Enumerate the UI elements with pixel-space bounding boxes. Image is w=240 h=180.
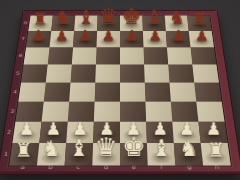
board-grid: ♜♞♝♛♚♝♞♜♟♟♟♟♟♟♟♟♟♟♟♟♟♟♟♟♜♞♝♛♚♝♞♜	[9, 16, 231, 166]
piece-white-knight[interactable]: ♞	[38, 138, 65, 160]
file-label-c: c	[64, 164, 92, 171]
square-h5[interactable]	[192, 64, 219, 82]
file-label-f: f	[148, 164, 176, 171]
rank-label-6: 6	[16, 53, 25, 58]
square-h7[interactable]: ♟	[189, 31, 214, 47]
piece-red-king[interactable]: ♚	[120, 5, 143, 27]
file-label-d: d	[92, 164, 120, 171]
square-b6[interactable]	[48, 47, 73, 64]
piece-red-pawn[interactable]: ♟	[27, 28, 50, 43]
piece-white-rook[interactable]: ♜	[202, 140, 229, 160]
rank-label-4: 4	[10, 89, 20, 94]
square-b4[interactable]	[44, 83, 71, 102]
square-e4[interactable]	[120, 83, 145, 102]
piece-white-pawn[interactable]: ♟	[13, 120, 40, 137]
square-c6[interactable]	[72, 47, 97, 64]
chess-board: 87654321 abcdefgh ♜♞♝♛♚♝♞♜♟♟♟♟♟♟♟♟♟♟♟♟♟♟…	[0, 11, 240, 174]
piece-red-rook[interactable]: ♜	[29, 11, 52, 27]
square-c7[interactable]: ♟	[73, 31, 97, 47]
square-c4[interactable]	[69, 83, 95, 102]
piece-red-pawn[interactable]: ♟	[143, 28, 166, 43]
rank-label-3: 3	[7, 109, 17, 115]
piece-red-knight[interactable]: ♞	[52, 9, 75, 27]
square-d5[interactable]	[95, 64, 120, 82]
square-e5[interactable]	[120, 64, 145, 82]
square-c5[interactable]	[71, 64, 96, 82]
piece-red-pawn[interactable]: ♟	[97, 28, 120, 43]
file-label-a: a	[8, 164, 37, 171]
piece-red-bishop[interactable]: ♝	[74, 8, 97, 27]
square-e6[interactable]	[120, 47, 144, 64]
square-f1[interactable]: ♝	[147, 143, 176, 166]
square-g7[interactable]: ♟	[166, 31, 191, 47]
square-b7[interactable]: ♟	[50, 31, 75, 47]
square-c1[interactable]: ♝	[65, 143, 94, 166]
square-a5[interactable]	[21, 64, 48, 82]
piece-red-pawn[interactable]: ♟	[73, 28, 96, 43]
square-g4[interactable]	[169, 83, 196, 102]
piece-white-king[interactable]: ♚	[120, 133, 147, 160]
square-a6[interactable]	[24, 47, 50, 64]
piece-red-pawn[interactable]: ♟	[167, 28, 190, 43]
piece-white-pawn[interactable]: ♟	[200, 120, 227, 137]
square-a4[interactable]	[18, 83, 45, 102]
piece-red-pawn[interactable]: ♟	[120, 28, 143, 43]
piece-white-pawn[interactable]: ♟	[40, 120, 67, 137]
square-g1[interactable]: ♞	[174, 143, 203, 166]
rank-label-8: 8	[21, 21, 30, 25]
square-f7[interactable]: ♟	[143, 31, 167, 47]
square-d7[interactable]: ♟	[97, 31, 120, 47]
file-label-g: g	[175, 164, 203, 171]
rank-label-5: 5	[13, 71, 22, 76]
piece-red-pawn[interactable]: ♟	[50, 28, 73, 43]
square-e7[interactable]: ♟	[120, 31, 143, 47]
square-a1[interactable]: ♜	[9, 143, 39, 166]
piece-white-pawn[interactable]: ♟	[173, 120, 200, 137]
square-d4[interactable]	[95, 83, 120, 102]
square-h1[interactable]: ♜	[201, 143, 231, 166]
file-label-b: b	[36, 164, 64, 171]
square-f6[interactable]	[143, 47, 168, 64]
rank-label-1: 1	[1, 151, 12, 157]
square-h6[interactable]	[190, 47, 216, 64]
piece-red-pawn[interactable]: ♟	[190, 28, 213, 43]
piece-white-queen[interactable]: ♛	[93, 134, 120, 160]
square-g5[interactable]	[168, 64, 194, 82]
square-d1[interactable]: ♛	[92, 143, 120, 166]
file-label-h: h	[203, 164, 232, 171]
square-e1[interactable]: ♚	[120, 143, 148, 166]
piece-red-bishop[interactable]: ♝	[143, 8, 166, 27]
square-h4[interactable]	[194, 83, 221, 102]
piece-white-rook[interactable]: ♜	[10, 140, 37, 160]
piece-white-knight[interactable]: ♞	[175, 138, 202, 160]
square-f5[interactable]	[144, 64, 169, 82]
file-label-e: e	[120, 164, 148, 171]
piece-white-bishop[interactable]: ♝	[147, 137, 174, 160]
square-g6[interactable]	[167, 47, 192, 64]
piece-red-queen[interactable]: ♛	[97, 6, 120, 27]
square-b1[interactable]: ♞	[37, 143, 66, 166]
piece-red-knight[interactable]: ♞	[166, 9, 189, 27]
piece-red-rook[interactable]: ♜	[188, 11, 211, 27]
square-b5[interactable]	[46, 64, 72, 82]
chess-scene: 87654321 abcdefgh ♜♞♝♛♚♝♞♜♟♟♟♟♟♟♟♟♟♟♟♟♟♟…	[0, 0, 240, 180]
rank-label-2: 2	[4, 129, 14, 135]
square-a7[interactable]: ♟	[26, 31, 51, 47]
rank-label-7: 7	[19, 37, 28, 42]
piece-white-bishop[interactable]: ♝	[65, 137, 92, 160]
square-f4[interactable]	[145, 83, 171, 102]
square-d6[interactable]	[96, 47, 120, 64]
